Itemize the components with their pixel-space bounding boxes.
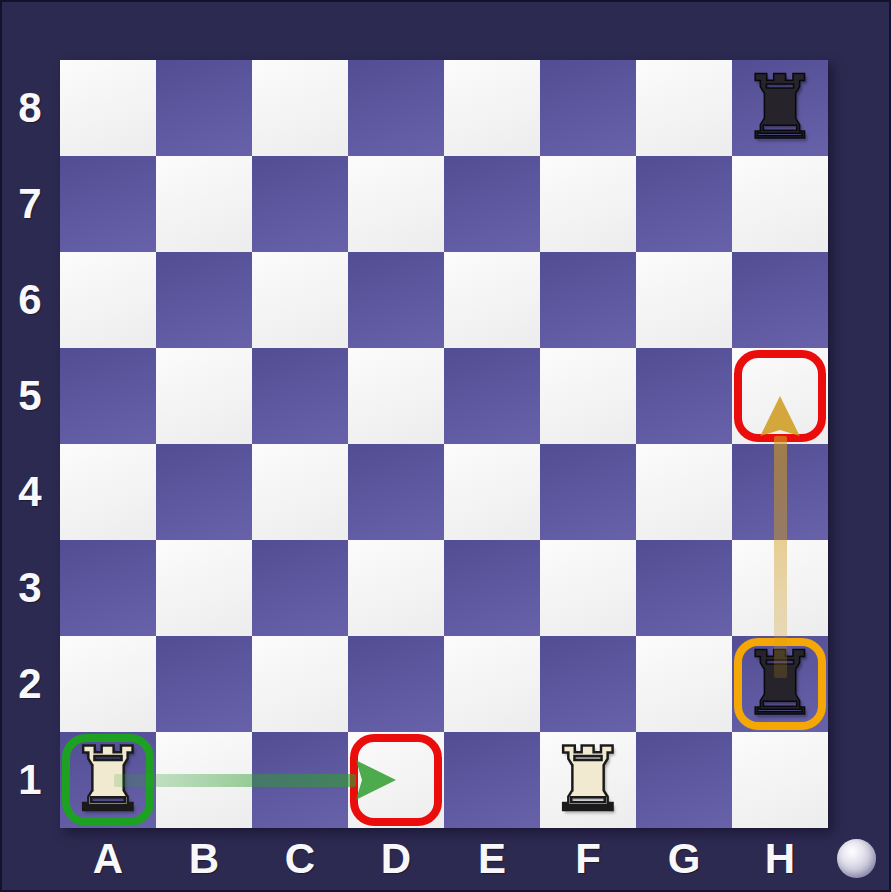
square-d1[interactable] xyxy=(348,732,444,828)
highlight-h5-red xyxy=(734,350,826,442)
black-rook-h8[interactable]: ♜ xyxy=(741,60,820,156)
square-a6[interactable] xyxy=(60,252,156,348)
square-a8[interactable] xyxy=(60,60,156,156)
square-b1[interactable] xyxy=(156,732,252,828)
square-c6[interactable] xyxy=(252,252,348,348)
square-a1[interactable]: ♜ xyxy=(60,732,156,828)
square-d6[interactable] xyxy=(348,252,444,348)
file-label-f: F xyxy=(540,828,636,890)
square-b7[interactable] xyxy=(156,156,252,252)
square-g7[interactable] xyxy=(636,156,732,252)
rank-label-5: 5 xyxy=(0,348,60,444)
square-g1[interactable] xyxy=(636,732,732,828)
rank-label-7: 7 xyxy=(0,156,60,252)
file-label-g: G xyxy=(636,828,732,890)
square-c3[interactable] xyxy=(252,540,348,636)
rank-label-3: 3 xyxy=(0,540,60,636)
square-h5[interactable] xyxy=(732,348,828,444)
square-c7[interactable] xyxy=(252,156,348,252)
white-rook-a1[interactable]: ♜ xyxy=(69,732,148,828)
square-h6[interactable] xyxy=(732,252,828,348)
square-a2[interactable] xyxy=(60,636,156,732)
square-g5[interactable] xyxy=(636,348,732,444)
square-e8[interactable] xyxy=(444,60,540,156)
file-label-c: C xyxy=(252,828,348,890)
square-a7[interactable] xyxy=(60,156,156,252)
square-b2[interactable] xyxy=(156,636,252,732)
highlight-d1-red xyxy=(350,734,442,826)
square-f5[interactable] xyxy=(540,348,636,444)
square-h4[interactable] xyxy=(732,444,828,540)
square-c8[interactable] xyxy=(252,60,348,156)
square-c4[interactable] xyxy=(252,444,348,540)
square-f6[interactable] xyxy=(540,252,636,348)
square-h2[interactable]: ♜ xyxy=(732,636,828,732)
square-c2[interactable] xyxy=(252,636,348,732)
square-e3[interactable] xyxy=(444,540,540,636)
chess-board: ♜♜♜♜ xyxy=(60,60,828,828)
square-g8[interactable] xyxy=(636,60,732,156)
square-a3[interactable] xyxy=(60,540,156,636)
square-h1[interactable] xyxy=(732,732,828,828)
square-d3[interactable] xyxy=(348,540,444,636)
square-e6[interactable] xyxy=(444,252,540,348)
file-label-b: B xyxy=(156,828,252,890)
rank-label-6: 6 xyxy=(0,252,60,348)
rank-labels: 87654321 xyxy=(0,60,60,828)
rank-label-2: 2 xyxy=(0,636,60,732)
file-label-a: A xyxy=(60,828,156,890)
file-label-e: E xyxy=(444,828,540,890)
square-h3[interactable] xyxy=(732,540,828,636)
square-e1[interactable] xyxy=(444,732,540,828)
square-g2[interactable] xyxy=(636,636,732,732)
square-d8[interactable] xyxy=(348,60,444,156)
file-label-d: D xyxy=(348,828,444,890)
square-d2[interactable] xyxy=(348,636,444,732)
rank-label-1: 1 xyxy=(0,732,60,828)
white-rook-f1[interactable]: ♜ xyxy=(549,732,628,828)
square-f2[interactable] xyxy=(540,636,636,732)
file-labels: ABCDEFGH xyxy=(60,828,828,890)
square-a4[interactable] xyxy=(60,444,156,540)
square-g3[interactable] xyxy=(636,540,732,636)
square-b4[interactable] xyxy=(156,444,252,540)
square-d5[interactable] xyxy=(348,348,444,444)
square-f7[interactable] xyxy=(540,156,636,252)
square-d7[interactable] xyxy=(348,156,444,252)
square-e4[interactable] xyxy=(444,444,540,540)
rank-label-4: 4 xyxy=(0,444,60,540)
square-h8[interactable]: ♜ xyxy=(732,60,828,156)
square-b6[interactable] xyxy=(156,252,252,348)
square-d4[interactable] xyxy=(348,444,444,540)
square-f3[interactable] xyxy=(540,540,636,636)
square-f8[interactable] xyxy=(540,60,636,156)
square-c5[interactable] xyxy=(252,348,348,444)
board-frame: ♜♜♜♜ 87654321 ABCDEFGH xyxy=(0,0,891,892)
square-g6[interactable] xyxy=(636,252,732,348)
square-f1[interactable]: ♜ xyxy=(540,732,636,828)
square-e2[interactable] xyxy=(444,636,540,732)
square-b5[interactable] xyxy=(156,348,252,444)
square-b8[interactable] xyxy=(156,60,252,156)
square-f4[interactable] xyxy=(540,444,636,540)
square-e5[interactable] xyxy=(444,348,540,444)
file-label-h: H xyxy=(732,828,828,890)
silver-ball-decoration xyxy=(837,839,876,878)
square-g4[interactable] xyxy=(636,444,732,540)
square-b3[interactable] xyxy=(156,540,252,636)
square-a5[interactable] xyxy=(60,348,156,444)
rank-label-8: 8 xyxy=(0,60,60,156)
square-e7[interactable] xyxy=(444,156,540,252)
square-h7[interactable] xyxy=(732,156,828,252)
black-rook-h2[interactable]: ♜ xyxy=(741,636,820,732)
square-c1[interactable] xyxy=(252,732,348,828)
